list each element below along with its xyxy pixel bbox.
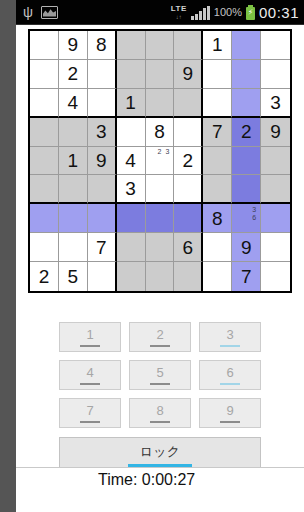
cell-r1c2[interactable]: 9 — [59, 31, 88, 60]
pencil-marks: 23 — [148, 148, 172, 173]
keypad-button-5[interactable]: 5 — [129, 360, 191, 390]
gallery-icon — [41, 6, 58, 19]
pencil-digit: 2 — [156, 148, 164, 156]
cell-digit: 3 — [270, 93, 281, 112]
cell-r5c4[interactable]: 4 — [117, 147, 146, 176]
keypad-button-label: 3 — [226, 327, 233, 342]
keypad-button-label: 7 — [86, 403, 93, 418]
signal-bar — [191, 16, 194, 20]
status-clock: 00:31 — [259, 4, 299, 21]
cell-r1c4[interactable] — [117, 31, 146, 60]
cell-digit: 9 — [183, 64, 194, 83]
cell-digit: 1 — [212, 35, 223, 54]
cell-r8c1[interactable] — [30, 233, 59, 262]
signal-bar — [203, 8, 206, 20]
cell-r1c8[interactable] — [232, 31, 261, 60]
cell-r7c6[interactable] — [174, 204, 203, 233]
cell-r7c3[interactable] — [88, 204, 117, 233]
cell-r9c6[interactable] — [174, 262, 203, 291]
keypad-button-label: 8 — [156, 403, 163, 418]
cell-digit: 2 — [68, 64, 79, 83]
gallery-icon-mountains — [43, 9, 56, 17]
cell-r6c9[interactable] — [261, 175, 290, 204]
cell-r2c5[interactable] — [146, 60, 175, 89]
battery-percent-label: 100% — [214, 6, 242, 18]
keypad-button-9[interactable]: 9 — [199, 398, 261, 428]
cell-digit: 9 — [96, 151, 107, 170]
cell-digit: 3 — [96, 122, 107, 141]
timer-text: Time: 0:00:27 — [98, 471, 195, 489]
keypad-button-underline — [150, 421, 170, 423]
cell-r1c7[interactable]: 1 — [203, 31, 232, 60]
cell-r7c2[interactable] — [59, 204, 88, 233]
network-type-label: LTE — [171, 5, 187, 13]
cell-r9c7[interactable] — [203, 262, 232, 291]
cell-r4c7[interactable]: 7 — [203, 118, 232, 147]
cell-r3c9[interactable]: 3 — [261, 89, 290, 118]
cell-r7c4[interactable] — [117, 204, 146, 233]
keypad-button-underline — [80, 383, 100, 385]
cell-digit: 7 — [212, 122, 223, 141]
bottom-divider — [16, 467, 304, 468]
cell-r4c2[interactable] — [59, 118, 88, 147]
pencil-digit: 3 — [163, 148, 171, 156]
cell-r9c5[interactable] — [146, 262, 175, 291]
keypad-button-underline — [80, 421, 100, 423]
sudoku-board: 98129413387291942323836769257 — [28, 29, 292, 293]
cell-digit: 4 — [125, 151, 136, 170]
cell-r6c5[interactable] — [146, 175, 175, 204]
cell-r3c1[interactable] — [30, 89, 59, 118]
keypad-button-8[interactable]: 8 — [129, 398, 191, 428]
lock-button[interactable]: ロック — [59, 437, 261, 468]
cell-r9c2[interactable]: 5 — [59, 262, 88, 291]
cell-r8c2[interactable] — [59, 233, 88, 262]
cell-r3c2[interactable]: 4 — [59, 89, 88, 118]
keypad-button-4[interactable]: 4 — [59, 360, 121, 390]
cell-r8c5[interactable] — [146, 233, 175, 262]
signal-bar — [199, 11, 202, 20]
keypad-button-3[interactable]: 3 — [199, 322, 261, 352]
keypad-button-label: 2 — [156, 327, 163, 342]
cell-r9c8[interactable]: 7 — [232, 262, 261, 291]
cell-digit: 2 — [39, 267, 50, 286]
cell-digit: 1 — [68, 151, 79, 170]
cell-digit: 6 — [183, 238, 194, 257]
cell-r3c5[interactable] — [146, 89, 175, 118]
cell-r1c3[interactable]: 8 — [88, 31, 117, 60]
cell-r8c3[interactable]: 7 — [88, 233, 117, 262]
keypad-button-7[interactable]: 7 — [59, 398, 121, 428]
signal-strength-icon — [191, 5, 210, 20]
keypad-button-label: 5 — [156, 365, 163, 380]
cell-r3c8[interactable] — [232, 89, 261, 118]
number-keypad: 123456789 — [59, 322, 261, 428]
pencil-digit: 3 — [250, 205, 258, 213]
cell-r4c9[interactable]: 9 — [261, 118, 290, 147]
cell-r4c5[interactable]: 8 — [146, 118, 175, 147]
cell-digit: 9 — [68, 35, 79, 54]
cell-r1c9[interactable] — [261, 31, 290, 60]
cell-r3c4[interactable]: 1 — [117, 89, 146, 118]
cell-r5c7[interactable] — [203, 147, 232, 176]
cell-digit: 8 — [154, 122, 165, 141]
cell-r8c9[interactable] — [261, 233, 290, 262]
cell-r6c3[interactable] — [88, 175, 117, 204]
cell-r5c8[interactable] — [232, 147, 261, 176]
cell-r6c2[interactable] — [59, 175, 88, 204]
battery-body: ⚡ — [246, 7, 255, 20]
cell-r2c8[interactable] — [232, 60, 261, 89]
keypad-button-2[interactable]: 2 — [129, 322, 191, 352]
cell-digit: 5 — [68, 267, 79, 286]
keypad-button-label: 1 — [86, 327, 93, 342]
lock-button-label: ロック — [140, 443, 180, 461]
cell-r6c1[interactable] — [30, 175, 59, 204]
cell-r5c5[interactable]: 23 — [146, 147, 175, 176]
keypad-button-label: 9 — [226, 403, 233, 418]
cell-r3c7[interactable] — [203, 89, 232, 118]
cell-r4c3[interactable]: 3 — [88, 118, 117, 147]
keypad-button-underline — [80, 345, 100, 347]
cell-r7c5[interactable] — [146, 204, 175, 233]
keypad-button-underline — [150, 345, 170, 347]
cell-r4c6[interactable] — [174, 118, 203, 147]
signal-bar — [207, 6, 210, 20]
cell-digit: 2 — [183, 151, 194, 170]
cell-r9c9[interactable] — [261, 262, 290, 291]
cell-digit: 8 — [212, 209, 223, 228]
cell-r5c1[interactable] — [30, 147, 59, 176]
keypad-button-underline — [220, 383, 240, 385]
cell-r3c3[interactable] — [88, 89, 117, 118]
cell-r7c9[interactable] — [261, 204, 290, 233]
cell-r5c3[interactable]: 9 — [88, 147, 117, 176]
cell-r5c6[interactable]: 2 — [174, 147, 203, 176]
cell-r3c6[interactable] — [174, 89, 203, 118]
cell-r6c7[interactable] — [203, 175, 232, 204]
keypad-button-underline — [150, 383, 170, 385]
cell-digit: 9 — [241, 238, 252, 257]
cell-r9c1[interactable]: 2 — [30, 262, 59, 291]
app-screen: ψ LTE ↓↑ 100% ⚡ 00:31 981294133872919423… — [16, 0, 304, 512]
cell-digit: 8 — [96, 35, 107, 54]
lte-indicator: LTE ↓↑ — [171, 5, 187, 20]
cell-r1c1[interactable] — [30, 31, 59, 60]
cell-r8c8[interactable]: 9 — [232, 233, 261, 262]
pencil-marks: 36 — [234, 205, 258, 230]
cell-digit: 3 — [125, 179, 136, 198]
cell-r6c8[interactable] — [232, 175, 261, 204]
cell-r2c2[interactable]: 2 — [59, 60, 88, 89]
cell-r8c7[interactable] — [203, 233, 232, 262]
cell-r6c4[interactable]: 3 — [117, 175, 146, 204]
keypad-button-underline — [220, 421, 240, 423]
cell-digit: 9 — [270, 122, 281, 141]
cell-r2c9[interactable] — [261, 60, 290, 89]
cell-r2c6[interactable]: 9 — [174, 60, 203, 89]
cell-r4c1[interactable] — [30, 118, 59, 147]
cell-r2c1[interactable] — [30, 60, 59, 89]
cell-r5c9[interactable] — [261, 147, 290, 176]
cell-r9c3[interactable] — [88, 262, 117, 291]
lightning-bolt-icon: ⚡ — [248, 9, 254, 17]
cell-r1c6[interactable] — [174, 31, 203, 60]
status-bar: ψ LTE ↓↑ 100% ⚡ 00:31 — [16, 0, 304, 25]
cell-r7c1[interactable] — [30, 204, 59, 233]
cell-r6c6[interactable] — [174, 175, 203, 204]
cell-r8c6[interactable]: 6 — [174, 233, 203, 262]
cell-r5c2[interactable]: 1 — [59, 147, 88, 176]
cell-digit: 7 — [96, 238, 107, 257]
cell-r9c4[interactable] — [117, 262, 146, 291]
keypad-button-1[interactable]: 1 — [59, 322, 121, 352]
cell-r4c8[interactable]: 2 — [232, 118, 261, 147]
cell-r2c4[interactable] — [117, 60, 146, 89]
pencil-digit: 6 — [250, 214, 258, 222]
cell-r1c5[interactable] — [146, 31, 175, 60]
cell-r7c7[interactable]: 8 — [203, 204, 232, 233]
signal-bar — [195, 14, 198, 20]
keypad-button-underline — [220, 345, 240, 347]
battery-charging-icon: ⚡ — [246, 5, 255, 20]
cell-digit: 7 — [241, 267, 252, 286]
usb-icon: ψ — [23, 0, 33, 25]
cell-r7c8[interactable]: 36 — [232, 204, 261, 233]
cell-digit: 2 — [241, 122, 252, 141]
cell-r4c4[interactable] — [117, 118, 146, 147]
keypad-button-label: 6 — [226, 365, 233, 380]
cell-r2c3[interactable] — [88, 60, 117, 89]
keypad-button-label: 4 — [86, 365, 93, 380]
data-activity-arrows-icon: ↓↑ — [176, 14, 182, 20]
cell-digit: 4 — [68, 93, 79, 112]
cell-r8c4[interactable] — [117, 233, 146, 262]
cell-digit: 1 — [125, 93, 136, 112]
cell-r2c7[interactable] — [203, 60, 232, 89]
keypad-button-6[interactable]: 6 — [199, 360, 261, 390]
